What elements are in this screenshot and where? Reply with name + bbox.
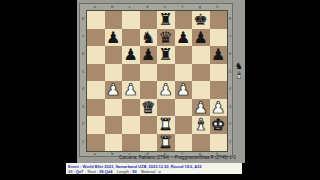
square-f1[interactable]	[175, 134, 193, 152]
game-info-box: Event : World Blitz 2023, Samarkand UZB,…	[66, 163, 242, 174]
square-e3[interactable]	[157, 99, 175, 117]
square-h4[interactable]	[210, 81, 228, 99]
white-rook[interactable]: ♜	[157, 116, 175, 134]
square-b4[interactable]: ♟	[105, 81, 123, 99]
square-b8[interactable]	[105, 11, 123, 29]
square-h8[interactable]	[210, 11, 228, 29]
square-a6[interactable]	[87, 46, 105, 64]
players-line-text: Caruana, Fabiano (2794) -- Praggnanandha…	[119, 155, 203, 160]
square-g2[interactable]: ♝	[192, 116, 210, 134]
status-segment: Material : =	[141, 169, 161, 174]
square-a4[interactable]	[87, 81, 105, 99]
square-g1[interactable]	[192, 134, 210, 152]
moves-status-line: 38 : Qe7Next : 39.Qd4Length : 90Material…	[68, 169, 242, 174]
white-pawn[interactable]: ♟	[122, 81, 140, 99]
square-b5[interactable]	[105, 64, 123, 82]
square-c6[interactable]: ♟	[122, 46, 140, 64]
square-c7[interactable]	[122, 29, 140, 47]
square-d3[interactable]: ♛	[140, 99, 158, 117]
black-pawn[interactable]: ♟	[105, 29, 123, 47]
square-g4[interactable]	[192, 81, 210, 99]
black-knight[interactable]: ♞	[140, 29, 158, 47]
captured-white-bishop-icon: ♝	[235, 71, 243, 80]
square-e6[interactable]: ♜	[157, 46, 175, 64]
white-pawn[interactable]: ♟	[210, 99, 228, 117]
square-a7[interactable]	[87, 29, 105, 47]
chess-gui-panel: abcdefgh abcdefgh 87654321 87654321 ♜♚♟♞…	[77, 0, 245, 163]
square-f2[interactable]	[175, 116, 193, 134]
square-e4[interactable]: ♟	[157, 81, 175, 99]
square-e7[interactable]: ♛	[157, 29, 175, 47]
square-a1[interactable]	[87, 134, 105, 152]
square-h3[interactable]: ♟	[210, 99, 228, 117]
square-e2[interactable]: ♜	[157, 116, 175, 134]
white-pawn[interactable]: ♟	[175, 81, 193, 99]
square-d1[interactable]	[140, 134, 158, 152]
white-rook[interactable]: ♜	[157, 134, 175, 152]
black-rook[interactable]: ♜	[157, 46, 175, 64]
square-f7[interactable]: ♟	[175, 29, 193, 47]
black-pawn[interactable]: ♟	[192, 29, 210, 47]
white-bishop[interactable]: ♝	[192, 116, 210, 134]
square-d7[interactable]: ♞	[140, 29, 158, 47]
square-g5[interactable]	[192, 64, 210, 82]
square-c2[interactable]	[122, 116, 140, 134]
square-a5[interactable]	[87, 64, 105, 82]
status-segment: Next : 39.Qd4	[88, 169, 113, 174]
square-g3[interactable]: ♟	[192, 99, 210, 117]
square-h5[interactable]	[210, 64, 228, 82]
square-b6[interactable]	[105, 46, 123, 64]
square-a3[interactable]	[87, 99, 105, 117]
white-pawn[interactable]: ♟	[192, 99, 210, 117]
square-e1[interactable]: ♜	[157, 134, 175, 152]
square-d5[interactable]	[140, 64, 158, 82]
square-f5[interactable]	[175, 64, 193, 82]
status-segment: Length : 90	[117, 169, 137, 174]
captured-pieces-tray: ♞ ♝	[233, 62, 245, 80]
white-king[interactable]: ♚	[210, 116, 228, 134]
event-line: Event : World Blitz 2023, Samarkand UZB,…	[68, 164, 242, 169]
white-pawn[interactable]: ♟	[105, 81, 123, 99]
players-line: Caruana, Fabiano (2794) -- Praggnanandha…	[77, 155, 245, 163]
square-c1[interactable]	[122, 134, 140, 152]
square-d4[interactable]	[140, 81, 158, 99]
square-c4[interactable]: ♟	[122, 81, 140, 99]
square-h1[interactable]	[210, 134, 228, 152]
square-g8[interactable]: ♚	[192, 11, 210, 29]
video-frame: abcdefgh abcdefgh 87654321 87654321 ♜♚♟♞…	[0, 0, 320, 180]
square-f8[interactable]	[175, 11, 193, 29]
square-g6[interactable]	[192, 46, 210, 64]
square-d8[interactable]	[140, 11, 158, 29]
square-d2[interactable]	[140, 116, 158, 134]
square-g7[interactable]: ♟	[192, 29, 210, 47]
square-c5[interactable]	[122, 64, 140, 82]
black-pawn[interactable]: ♟	[122, 46, 140, 64]
square-a2[interactable]	[87, 116, 105, 134]
black-pawn[interactable]: ♟	[175, 29, 193, 47]
black-pawn[interactable]: ♟	[140, 46, 158, 64]
square-c3[interactable]	[122, 99, 140, 117]
white-pawn[interactable]: ♟	[157, 81, 175, 99]
square-f3[interactable]	[175, 99, 193, 117]
status-segment: 38 : Qe7	[68, 169, 83, 174]
black-queen[interactable]: ♛	[157, 29, 175, 47]
square-c8[interactable]	[122, 11, 140, 29]
square-a8[interactable]	[87, 11, 105, 29]
square-h2[interactable]: ♚	[210, 116, 228, 134]
square-h6[interactable]: ♟	[210, 46, 228, 64]
square-f4[interactable]: ♟	[175, 81, 193, 99]
white-queen[interactable]: ♛	[140, 99, 158, 117]
square-h7[interactable]	[210, 29, 228, 47]
square-b2[interactable]	[105, 116, 123, 134]
chess-board: ♜♚♟♞♛♟♟♟♟♜♟♟♟♟♟♛♟♟♜♝♚♜	[86, 10, 228, 152]
square-d6[interactable]: ♟	[140, 46, 158, 64]
black-king[interactable]: ♚	[192, 11, 210, 29]
square-b7[interactable]: ♟	[105, 29, 123, 47]
black-rook[interactable]: ♜	[157, 11, 175, 29]
black-pawn[interactable]: ♟	[210, 46, 228, 64]
board-frame: abcdefgh abcdefgh 87654321 87654321 ♜♚♟♞…	[79, 3, 233, 157]
square-b1[interactable]	[105, 134, 123, 152]
square-e8[interactable]: ♜	[157, 11, 175, 29]
square-e5[interactable]	[157, 64, 175, 82]
square-b3[interactable]	[105, 99, 123, 117]
square-f6[interactable]	[175, 46, 193, 64]
